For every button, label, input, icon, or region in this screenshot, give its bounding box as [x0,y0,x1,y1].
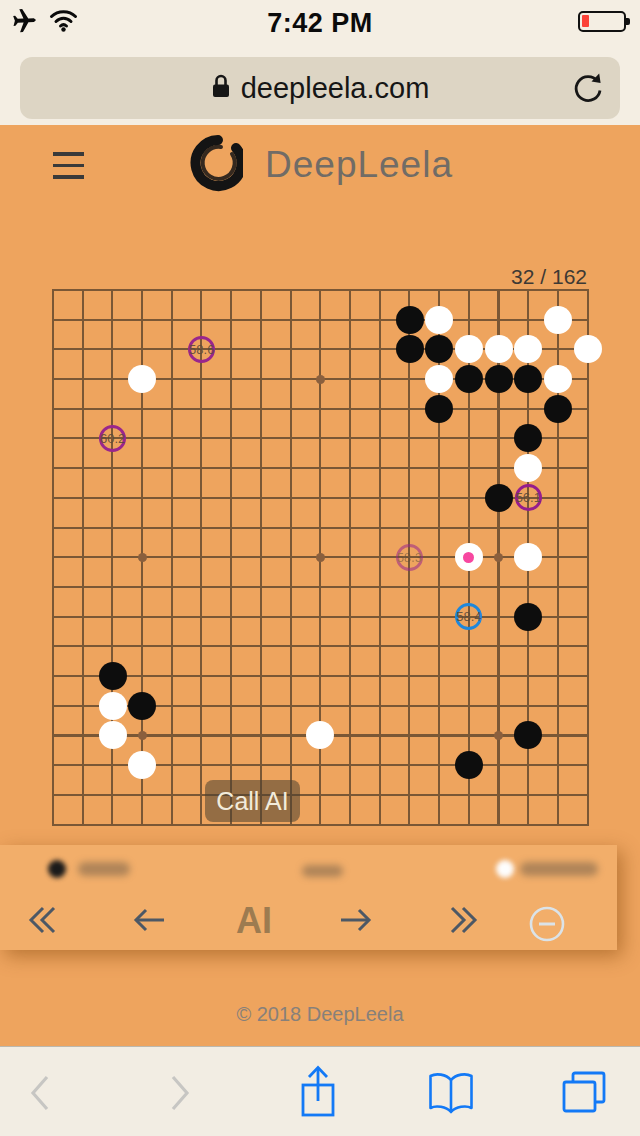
stone-black [424,394,454,424]
stone-black [513,720,543,750]
stone-black [513,364,543,394]
call-ai-button[interactable]: Call AI [205,780,300,822]
stone-black [484,483,514,513]
battery-icon [578,11,626,32]
white-player-name-blurred [520,862,598,876]
deepleela-page: DeepLeela 32 / 162 58.660.256.158.358.4 … [0,125,640,1046]
screen: 7:42 PM deepleela.com [0,0,640,1136]
last-move-marker [463,552,474,563]
tabs-icon[interactable] [560,1069,608,1118]
stone-white [128,364,158,394]
stone-black [454,750,484,780]
stone-black [395,335,425,365]
stone-white [454,335,484,365]
lock-icon [211,73,231,103]
bookmarks-icon[interactable] [426,1071,476,1118]
status-time: 7:42 PM [0,8,640,39]
header: DeepLeela [0,133,640,197]
black-player-stone-icon [48,860,66,878]
remove-button[interactable] [528,905,566,946]
fast-forward-button[interactable] [446,903,480,940]
white-player-stone-icon [496,860,514,878]
stone-white [573,335,603,365]
ai-suggestion-marker[interactable]: 56.1 [513,483,543,513]
stone-black [543,394,573,424]
step-backward-button[interactable] [131,904,167,939]
stone-white [543,364,573,394]
forward-button[interactable] [168,1073,192,1116]
step-forward-button[interactable] [338,904,374,939]
ai-suggestion-marker[interactable]: 58.3 [395,542,425,572]
safari-toolbar [0,1046,640,1136]
deepleela-logo-icon [187,134,243,196]
stone-white [484,335,514,365]
stone-white [424,364,454,394]
stone-white [306,720,336,750]
url-text: deepleela.com [241,72,430,105]
back-button[interactable] [28,1073,52,1116]
stone-black [395,305,425,335]
stone-black [454,364,484,394]
share-icon[interactable] [296,1063,340,1126]
fast-backward-button[interactable] [26,903,60,940]
status-bar: 7:42 PM [0,0,640,44]
ai-button[interactable]: AI [236,900,272,942]
stone-black [128,691,158,721]
ai-suggestion-marker[interactable]: 58.4 [454,602,484,632]
address-field[interactable]: deepleela.com [20,57,620,119]
stone-white [98,691,128,721]
page-title: DeepLeela [265,144,453,186]
stone-black [98,661,128,691]
stone-white [454,542,484,572]
stone-white [128,750,158,780]
refresh-button[interactable] [572,71,604,108]
ai-suggestion-marker[interactable]: 60.2 [98,424,128,454]
stone-white [543,305,573,335]
stone-white [513,335,543,365]
copyright: © 2018 DeepLeela [0,1003,640,1026]
stone-black [484,364,514,394]
stone-black [513,602,543,632]
stone-white [98,720,128,750]
stone-white [513,453,543,483]
ai-suggestion-marker[interactable]: 58.6 [187,335,217,365]
black-player-name-blurred [78,862,130,876]
capture-count-blurred [302,865,343,877]
go-board[interactable]: 58.660.256.158.358.4 [38,275,602,839]
stone-white [424,305,454,335]
stone-white [513,542,543,572]
game-toolbar: AI [0,845,617,950]
stone-black [424,335,454,365]
stone-black [513,424,543,454]
safari-url-bar: deepleela.com [0,44,640,125]
